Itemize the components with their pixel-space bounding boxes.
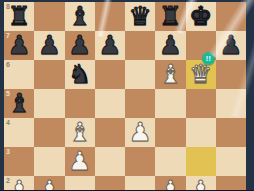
black-bishop[interactable]: ♝ [68, 3, 91, 29]
square-d3[interactable] [95, 147, 125, 176]
chess-board: 8♜♝♛♜♚7♟♟♟♟♟♟6♞♝♛5♝4♝♟3♟2♟♟♟♟ [4, 2, 246, 190]
white-pawn[interactable]: ♟ [7, 177, 30, 191]
square-g4[interactable] [186, 118, 216, 147]
square-b8[interactable] [34, 2, 64, 31]
square-f6[interactable]: ♝ [155, 60, 185, 89]
black-pawn[interactable]: ♟ [98, 32, 121, 58]
square-f7[interactable]: ♟ [155, 31, 185, 60]
square-f3[interactable] [155, 147, 185, 176]
square-d5[interactable] [95, 89, 125, 118]
square-a2[interactable]: 2♟ [4, 176, 34, 190]
black-queen[interactable]: ♛ [128, 3, 151, 29]
square-c4[interactable]: ♝ [65, 118, 95, 147]
square-a5[interactable]: 5♝ [4, 89, 34, 118]
square-a6[interactable]: 6 [4, 60, 34, 89]
square-g3[interactable] [186, 147, 216, 176]
square-e7[interactable] [125, 31, 155, 60]
square-a4[interactable]: 4 [4, 118, 34, 147]
black-pawn[interactable]: ♟ [68, 32, 91, 58]
square-c2[interactable] [65, 176, 95, 190]
square-h3[interactable] [216, 147, 246, 176]
black-pawn[interactable]: ♟ [219, 32, 242, 58]
square-a7[interactable]: 7♟ [4, 31, 34, 60]
white-bishop[interactable]: ♝ [159, 61, 182, 87]
square-h8[interactable] [216, 2, 246, 31]
black-rook[interactable]: ♜ [159, 3, 182, 29]
black-pawn[interactable]: ♟ [38, 32, 61, 58]
black-pawn[interactable]: ♟ [159, 32, 182, 58]
square-f8[interactable]: ♜ [155, 2, 185, 31]
square-b6[interactable] [34, 60, 64, 89]
square-b3[interactable] [34, 147, 64, 176]
square-d8[interactable] [95, 2, 125, 31]
square-f4[interactable] [155, 118, 185, 147]
square-d2[interactable] [95, 176, 125, 190]
white-pawn[interactable]: ♟ [128, 119, 151, 145]
black-rook[interactable]: ♜ [7, 3, 30, 29]
square-e3[interactable] [125, 147, 155, 176]
square-b4[interactable] [34, 118, 64, 147]
white-pawn[interactable]: ♟ [38, 177, 61, 191]
square-e6[interactable] [125, 60, 155, 89]
chess-board-screenshot: 8♜♝♛♜♚7♟♟♟♟♟♟6♞♝♛5♝4♝♟3♟2♟♟♟♟ !! [0, 0, 254, 190]
square-c3[interactable]: ♟ [65, 147, 95, 176]
square-h2[interactable] [216, 176, 246, 190]
square-a3[interactable]: 3 [4, 147, 34, 176]
square-c5[interactable] [65, 89, 95, 118]
white-pawn[interactable]: ♟ [159, 177, 182, 191]
brilliant-move-badge: !! [202, 52, 215, 65]
square-f2[interactable]: ♟ [155, 176, 185, 190]
white-bishop[interactable]: ♝ [68, 119, 91, 145]
square-g2[interactable]: ♟ [186, 176, 216, 190]
square-e5[interactable] [125, 89, 155, 118]
square-f5[interactable] [155, 89, 185, 118]
rank-label-4: 4 [6, 119, 10, 126]
square-d7[interactable]: ♟ [95, 31, 125, 60]
white-pawn[interactable]: ♟ [68, 148, 91, 174]
black-pawn[interactable]: ♟ [7, 32, 30, 58]
square-a8[interactable]: 8♜ [4, 2, 34, 31]
square-g8[interactable]: ♚ [186, 2, 216, 31]
square-h6[interactable] [216, 60, 246, 89]
white-pawn[interactable]: ♟ [189, 177, 212, 191]
rank-label-6: 6 [6, 61, 10, 68]
square-d6[interactable] [95, 60, 125, 89]
black-knight[interactable]: ♞ [68, 61, 91, 87]
square-h5[interactable] [216, 89, 246, 118]
square-c8[interactable]: ♝ [65, 2, 95, 31]
square-c7[interactable]: ♟ [65, 31, 95, 60]
square-h4[interactable] [216, 118, 246, 147]
square-b5[interactable] [34, 89, 64, 118]
square-h7[interactable]: ♟ [216, 31, 246, 60]
rank-label-3: 3 [6, 148, 10, 155]
square-e4[interactable]: ♟ [125, 118, 155, 147]
square-g5[interactable] [186, 89, 216, 118]
square-d4[interactable] [95, 118, 125, 147]
black-bishop[interactable]: ♝ [7, 90, 30, 116]
square-c6[interactable]: ♞ [65, 60, 95, 89]
square-e2[interactable] [125, 176, 155, 190]
square-b2[interactable]: ♟ [34, 176, 64, 190]
black-king[interactable]: ♚ [189, 3, 212, 29]
square-b7[interactable]: ♟ [34, 31, 64, 60]
square-e8[interactable]: ♛ [125, 2, 155, 31]
